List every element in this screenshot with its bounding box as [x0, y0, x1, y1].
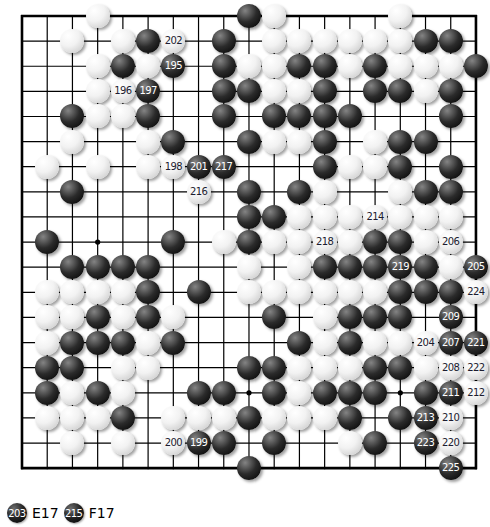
move-number-label: 224	[467, 287, 484, 297]
black-stone[interactable]	[439, 280, 463, 304]
black-stone[interactable]	[338, 406, 362, 430]
white-stone[interactable]	[35, 331, 59, 355]
white-stone[interactable]	[111, 431, 135, 455]
black-stone[interactable]	[237, 406, 261, 430]
move-number-label: 212	[467, 388, 484, 398]
white-stone[interactable]	[439, 54, 463, 78]
black-stone[interactable]	[363, 230, 387, 254]
black-stone[interactable]	[313, 130, 337, 154]
white-stone[interactable]	[86, 54, 110, 78]
white-stone[interactable]	[136, 331, 160, 355]
star-point	[95, 239, 100, 244]
white-stone-move-198[interactable]: 198	[161, 155, 185, 179]
caption-coord-203: E17	[32, 505, 59, 521]
black-stone[interactable]	[363, 431, 387, 455]
move-number-label: 200	[165, 438, 182, 448]
white-stone[interactable]	[212, 230, 236, 254]
white-stone[interactable]	[388, 180, 412, 204]
white-stone[interactable]	[414, 79, 438, 103]
white-stone[interactable]	[363, 29, 387, 53]
white-stone[interactable]	[313, 280, 337, 304]
white-stone[interactable]	[262, 4, 286, 28]
white-stone[interactable]	[136, 155, 160, 179]
black-stone[interactable]	[414, 29, 438, 53]
white-stone[interactable]	[262, 406, 286, 430]
white-stone[interactable]	[313, 29, 337, 53]
black-stone[interactable]	[35, 381, 59, 405]
white-stone[interactable]	[414, 205, 438, 229]
white-stone[interactable]	[35, 406, 59, 430]
black-stone[interactable]	[388, 130, 412, 154]
white-stone[interactable]	[439, 205, 463, 229]
move-number-label: 198	[165, 162, 182, 172]
black-stone-move-223[interactable]: 223	[414, 431, 438, 455]
white-stone-move-212[interactable]: 212	[464, 381, 488, 405]
black-stone[interactable]	[86, 331, 110, 355]
black-stone[interactable]	[439, 180, 463, 204]
black-stone[interactable]	[313, 54, 337, 78]
white-stone-move-222[interactable]: 222	[464, 356, 488, 380]
black-stone[interactable]	[363, 381, 387, 405]
black-stone[interactable]	[262, 356, 286, 380]
white-stone[interactable]	[212, 406, 236, 430]
black-stone[interactable]	[86, 305, 110, 329]
star-point	[398, 390, 403, 395]
black-stone[interactable]	[388, 356, 412, 380]
move-number-label: 221	[467, 338, 484, 348]
black-stone[interactable]	[313, 255, 337, 279]
move-number-label: 218	[316, 237, 333, 247]
white-stone[interactable]	[338, 280, 362, 304]
star-point	[246, 390, 251, 395]
white-stone[interactable]	[35, 155, 59, 179]
white-stone-move-216[interactable]: 216	[187, 180, 211, 204]
move-number-label: 225	[442, 463, 459, 473]
black-stone[interactable]	[414, 180, 438, 204]
black-stone[interactable]	[212, 381, 236, 405]
black-stone-move-209[interactable]: 209	[439, 305, 463, 329]
caption: 203 E17 215 F17	[7, 503, 115, 523]
black-stone-move-221[interactable]: 221	[464, 331, 488, 355]
white-stone[interactable]	[313, 356, 337, 380]
caption-coord-215: F17	[89, 505, 115, 521]
black-stone[interactable]	[313, 79, 337, 103]
black-stone[interactable]	[414, 255, 438, 279]
white-stone[interactable]	[363, 331, 387, 355]
black-stone[interactable]	[237, 230, 261, 254]
move-number-label: 220	[442, 438, 459, 448]
white-stone[interactable]	[136, 130, 160, 154]
move-number-label: 199	[190, 438, 207, 448]
black-stone[interactable]	[60, 356, 84, 380]
white-stone[interactable]	[187, 406, 211, 430]
white-stone[interactable]	[363, 155, 387, 179]
white-stone[interactable]	[439, 255, 463, 279]
black-stone[interactable]	[161, 331, 185, 355]
black-stone[interactable]	[111, 406, 135, 430]
white-stone-move-206[interactable]: 206	[439, 230, 463, 254]
black-stone[interactable]	[338, 381, 362, 405]
white-stone-move-220[interactable]: 220	[439, 431, 463, 455]
black-stone[interactable]	[187, 381, 211, 405]
black-stone-move-225[interactable]: 225	[439, 456, 463, 480]
white-stone[interactable]	[313, 331, 337, 355]
white-stone[interactable]	[287, 130, 311, 154]
white-stone[interactable]	[414, 356, 438, 380]
white-stone[interactable]	[338, 356, 362, 380]
white-stone[interactable]	[86, 155, 110, 179]
white-stone[interactable]	[313, 406, 337, 430]
white-stone[interactable]	[338, 431, 362, 455]
white-stone[interactable]	[111, 356, 135, 380]
black-stone[interactable]	[86, 255, 110, 279]
black-stone[interactable]	[111, 255, 135, 279]
move-number-label: 213	[417, 413, 434, 423]
white-stone[interactable]	[414, 230, 438, 254]
black-stone[interactable]	[111, 54, 135, 78]
black-stone[interactable]	[237, 4, 261, 28]
black-stone[interactable]	[111, 331, 135, 355]
black-stone[interactable]	[212, 54, 236, 78]
white-stone[interactable]	[287, 356, 311, 380]
white-stone[interactable]	[237, 255, 261, 279]
move-number-label: 211	[442, 388, 459, 398]
white-stone[interactable]	[86, 406, 110, 430]
move-number-label: 206	[442, 237, 459, 247]
black-stone[interactable]	[262, 381, 286, 405]
black-stone[interactable]	[313, 104, 337, 128]
black-stone-move-201[interactable]: 201	[187, 155, 211, 179]
move-number-label: 202	[165, 36, 182, 46]
black-stone[interactable]	[35, 356, 59, 380]
move-number-label: 222	[467, 363, 484, 373]
move-number-label: 216	[190, 187, 207, 197]
move-number-label: 197	[139, 86, 156, 96]
black-stone[interactable]	[287, 331, 311, 355]
black-stone[interactable]	[414, 130, 438, 154]
black-stone-move-213[interactable]: 213	[414, 406, 438, 430]
move-number-label: 207	[442, 338, 459, 348]
move-number-label: 223	[417, 438, 434, 448]
black-stone-move-199[interactable]: 199	[187, 431, 211, 455]
white-stone[interactable]	[86, 104, 110, 128]
black-stone[interactable]	[187, 280, 211, 304]
move-number-label: 210	[442, 413, 459, 423]
black-stone[interactable]	[212, 431, 236, 455]
move-number-label: 204	[417, 338, 434, 348]
black-stone-move-205[interactable]: 205	[464, 255, 488, 279]
white-stone[interactable]	[86, 280, 110, 304]
black-stone[interactable]	[237, 130, 261, 154]
black-stone[interactable]	[237, 356, 261, 380]
white-stone[interactable]	[338, 205, 362, 229]
white-stone[interactable]	[313, 180, 337, 204]
black-stone-move-207[interactable]: 207	[439, 331, 463, 355]
black-stone[interactable]	[414, 280, 438, 304]
black-stone[interactable]	[237, 180, 261, 204]
white-stone[interactable]	[338, 230, 362, 254]
white-stone[interactable]	[338, 155, 362, 179]
black-stone[interactable]	[262, 205, 286, 229]
black-stone[interactable]	[439, 155, 463, 179]
white-stone-move-204[interactable]: 204	[414, 331, 438, 355]
black-stone[interactable]	[414, 381, 438, 405]
black-stone[interactable]	[212, 79, 236, 103]
white-stone[interactable]	[111, 29, 135, 53]
move-number-label: 201	[190, 162, 207, 172]
white-stone[interactable]	[86, 79, 110, 103]
white-stone-move-218[interactable]: 218	[313, 230, 337, 254]
move-number-label: 208	[442, 363, 459, 373]
white-stone[interactable]	[313, 305, 337, 329]
black-stone[interactable]	[313, 381, 337, 405]
move-number-label: 217	[215, 162, 232, 172]
move-number-label: 205	[467, 262, 484, 272]
white-stone-move-210[interactable]: 210	[439, 406, 463, 430]
white-stone[interactable]	[313, 205, 337, 229]
black-stone-move-217[interactable]: 217	[212, 155, 236, 179]
black-stone[interactable]	[86, 381, 110, 405]
white-stone-move-208[interactable]: 208	[439, 356, 463, 380]
white-stone[interactable]	[338, 29, 362, 53]
black-stone[interactable]	[338, 331, 362, 355]
white-stone[interactable]	[60, 130, 84, 154]
white-stone[interactable]	[86, 4, 110, 28]
black-stone[interactable]	[313, 155, 337, 179]
caption-stone-203: 203	[7, 503, 27, 523]
black-stone[interactable]	[439, 29, 463, 53]
black-stone[interactable]	[338, 255, 362, 279]
white-stone[interactable]	[262, 130, 286, 154]
white-stone[interactable]	[136, 356, 160, 380]
white-stone-move-214[interactable]: 214	[363, 205, 387, 229]
black-stone[interactable]	[388, 155, 412, 179]
black-stone[interactable]	[212, 29, 236, 53]
white-stone[interactable]	[388, 331, 412, 355]
move-number-label: 209	[442, 312, 459, 322]
black-stone[interactable]	[60, 331, 84, 355]
black-stone[interactable]	[161, 130, 185, 154]
go-board[interactable]: 2021951961971982012172162142182062192052…	[0, 0, 490, 490]
black-stone[interactable]	[237, 456, 261, 480]
black-stone[interactable]	[237, 205, 261, 229]
white-stone[interactable]	[363, 130, 387, 154]
move-number-label: 214	[366, 212, 383, 222]
white-stone[interactable]	[414, 54, 438, 78]
white-stone[interactable]	[111, 381, 135, 405]
black-stone-move-211[interactable]: 211	[439, 381, 463, 405]
black-stone[interactable]	[363, 356, 387, 380]
caption-stone-215: 215	[64, 503, 84, 523]
black-stone[interactable]	[439, 79, 463, 103]
move-number-label: 219	[392, 262, 409, 272]
white-stone[interactable]	[338, 54, 362, 78]
move-number-label: 195	[165, 61, 182, 71]
move-number-label: 196	[114, 86, 131, 96]
